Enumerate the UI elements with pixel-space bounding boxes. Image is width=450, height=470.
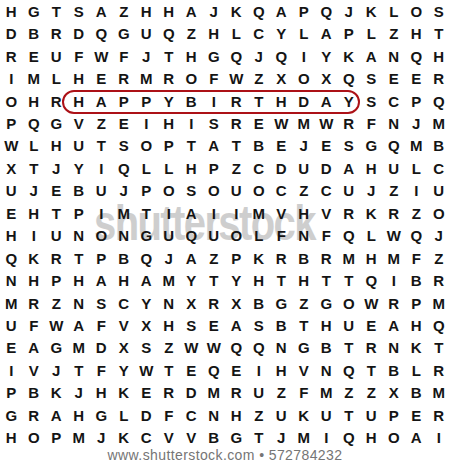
grid-cell-r10-c14: H xyxy=(293,202,316,224)
grid-cell-r4-c2: M xyxy=(23,67,46,89)
grid-cell-r9-c9: S xyxy=(180,180,203,202)
grid-cell-r5-c19: P xyxy=(405,90,428,112)
grid-cell-r1-c11: K xyxy=(225,0,248,22)
grid-cell-r1-c8: H xyxy=(158,0,181,22)
grid-cell-r4-c1: I xyxy=(0,67,23,89)
grid-cell-r14-c2: R xyxy=(23,292,46,314)
grid-cell-r16-c17: R xyxy=(360,337,383,359)
grid-cell-r4-c6: R xyxy=(113,67,136,89)
grid-cell-r13-c7: A xyxy=(135,269,158,291)
grid-cell-r4-c9: O xyxy=(180,67,203,89)
grid-cell-r17-c10: Q xyxy=(203,359,226,381)
grid-cell-r12-c14: B xyxy=(293,247,316,269)
grid-cell-r9-c20: U xyxy=(428,180,450,202)
grid-cell-r18-c4: J xyxy=(68,382,91,404)
grid-cell-r4-c20: R xyxy=(428,67,450,89)
grid-cell-r11-c4: N xyxy=(68,225,91,247)
grid-cell-r6-c3: G xyxy=(45,112,68,134)
grid-cell-r16-c7: S xyxy=(135,337,158,359)
grid-cell-r9-c18: Z xyxy=(383,180,406,202)
grid-cell-r15-c7: X xyxy=(135,314,158,336)
grid-cell-r16-c12: Q xyxy=(248,337,271,359)
grid-cell-r3-c17: A xyxy=(360,45,383,67)
grid-cell-r14-c20: M xyxy=(428,292,450,314)
grid-cell-r19-c10: N xyxy=(203,404,226,426)
grid-cell-r15-c6: V xyxy=(113,314,136,336)
grid-cell-r14-c6: C xyxy=(113,292,136,314)
grid-cell-r8-c1: X xyxy=(0,157,23,179)
grid-cell-r2-c12: C xyxy=(248,22,271,44)
grid-cell-r20-c18: O xyxy=(383,427,406,449)
grid-cell-r19-c5: G xyxy=(90,404,113,426)
grid-cell-r7-c9: T xyxy=(180,135,203,157)
grid-cell-r7-c13: E xyxy=(270,135,293,157)
grid-cell-r16-c14: G xyxy=(293,337,316,359)
grid-cell-r5-c2: H xyxy=(23,90,46,112)
grid-cell-r11-c12: L xyxy=(248,225,271,247)
grid-cell-r15-c4: A xyxy=(68,314,91,336)
grid-cell-r8-c13: D xyxy=(270,157,293,179)
grid-cell-r14-c5: S xyxy=(90,292,113,314)
grid-cell-r15-c9: S xyxy=(180,314,203,336)
grid-cell-r18-c14: F xyxy=(293,382,316,404)
grid-cell-r7-c14: J xyxy=(293,135,316,157)
grid-cell-r1-c2: G xyxy=(23,0,46,22)
grid-cell-r7-c19: M xyxy=(405,135,428,157)
grid-cell-r2-c7: U xyxy=(135,22,158,44)
grid-cell-r6-c17: F xyxy=(360,112,383,134)
grid-cell-r12-c7: Q xyxy=(135,247,158,269)
grid-cell-r6-c16: R xyxy=(338,112,361,134)
grid-cell-r12-c5: P xyxy=(90,247,113,269)
grid-cell-r10-c9: A xyxy=(180,202,203,224)
grid-cell-r7-c7: O xyxy=(135,135,158,157)
grid-cell-r19-c4: H xyxy=(68,404,91,426)
grid-cell-r3-c8: T xyxy=(158,45,181,67)
grid-cell-r2-c1: D xyxy=(0,22,23,44)
grid-cell-r13-c2: H xyxy=(23,269,46,291)
grid-cell-r1-c13: A xyxy=(270,0,293,22)
grid-cell-r4-c4: H xyxy=(68,67,91,89)
grid-cell-r6-c12: E xyxy=(248,112,271,134)
grid-cell-r2-c13: Y xyxy=(270,22,293,44)
grid-cell-r4-c14: O xyxy=(293,67,316,89)
grid-cell-r16-c4: M xyxy=(68,337,91,359)
grid-cell-r14-c17: W xyxy=(360,292,383,314)
grid-cell-r18-c9: D xyxy=(180,382,203,404)
grid-cell-r9-c1: U xyxy=(0,180,23,202)
grid-cell-r17-c14: V xyxy=(293,359,316,381)
grid-cell-r9-c6: J xyxy=(113,180,136,202)
grid-cell-r14-c11: X xyxy=(225,292,248,314)
grid-cell-r20-c1: H xyxy=(0,427,23,449)
grid-cell-r9-c19: I xyxy=(405,180,428,202)
grid-cell-r14-c8: N xyxy=(158,292,181,314)
grid-cell-r8-c17: H xyxy=(360,157,383,179)
grid-cell-r7-c11: T xyxy=(225,135,248,157)
grid-cell-r11-c15: F xyxy=(315,225,338,247)
grid-cell-r16-c10: W xyxy=(203,337,226,359)
grid-cell-r2-c6: G xyxy=(113,22,136,44)
grid-cell-r2-c3: R xyxy=(45,22,68,44)
grid-cell-r18-c7: E xyxy=(135,382,158,404)
grid-cell-r1-c7: H xyxy=(135,0,158,22)
grid-cell-r16-c19: K xyxy=(405,337,428,359)
grid-cell-r13-c11: Y xyxy=(225,269,248,291)
grid-cell-r19-c18: P xyxy=(383,404,406,426)
grid-cell-r17-c13: H xyxy=(270,359,293,381)
grid-cell-r5-c17: S xyxy=(360,90,383,112)
grid-cell-r15-c17: E xyxy=(360,314,383,336)
grid-cell-r3-c11: Q xyxy=(225,45,248,67)
grid-cell-r15-c8: H xyxy=(158,314,181,336)
grid-cell-r19-c1: G xyxy=(0,404,23,426)
grid-cell-r6-c13: W xyxy=(270,112,293,134)
grid-cell-r10-c17: K xyxy=(360,202,383,224)
grid-cell-r20-c9: V xyxy=(180,427,203,449)
grid-cell-r16-c11: Q xyxy=(225,337,248,359)
grid-cell-r7-c5: T xyxy=(90,135,113,157)
grid-cell-r19-c8: F xyxy=(158,404,181,426)
grid-cell-r17-c1: I xyxy=(0,359,23,381)
grid-cell-r17-c15: N xyxy=(315,359,338,381)
grid-cell-r9-c2: J xyxy=(23,180,46,202)
grid-cell-r6-c9: I xyxy=(180,112,203,134)
grid-cell-r20-c3: P xyxy=(45,427,68,449)
grid-cell-r13-c4: H xyxy=(68,269,91,291)
grid-cell-r20-c17: H xyxy=(360,427,383,449)
grid-cell-r11-c8: U xyxy=(158,225,181,247)
grid-cell-r5-c1: O xyxy=(0,90,23,112)
grid-cell-r8-c19: L xyxy=(405,157,428,179)
grid-cell-r10-c1: E xyxy=(0,202,23,224)
grid-cell-r7-c20: B xyxy=(428,135,450,157)
grid-cell-r10-c19: Z xyxy=(405,202,428,224)
grid-cell-r3-c9: H xyxy=(180,45,203,67)
grid-cell-r8-c6: Q xyxy=(113,157,136,179)
grid-cell-r8-c2: T xyxy=(23,157,46,179)
grid-cell-r18-c15: M xyxy=(315,382,338,404)
grid-cell-r10-c4: P xyxy=(68,202,91,224)
grid-cell-r9-c3: E xyxy=(45,180,68,202)
grid-cell-r8-c14: U xyxy=(293,157,316,179)
grid-cell-r15-c20: Q xyxy=(428,314,450,336)
found-word-circle-happybirthday xyxy=(62,90,360,114)
grid-cell-r17-c3: J xyxy=(45,359,68,381)
grid-cell-r19-c2: R xyxy=(23,404,46,426)
grid-cell-r12-c1: Q xyxy=(0,247,23,269)
grid-cell-r16-c9: W xyxy=(180,337,203,359)
grid-cell-r1-c14: P xyxy=(293,0,316,22)
grid-cell-r15-c16: U xyxy=(338,314,361,336)
grid-cell-r7-c17: G xyxy=(360,135,383,157)
grid-cell-r18-c2: B xyxy=(23,382,46,404)
grid-cell-r4-c11: W xyxy=(225,67,248,89)
grid-cell-r3-c1: R xyxy=(0,45,23,67)
grid-cell-r14-c12: B xyxy=(248,292,271,314)
grid-cell-r2-c14: L xyxy=(293,22,316,44)
grid-cell-r12-c16: M xyxy=(338,247,361,269)
grid-cell-r9-c13: C xyxy=(270,180,293,202)
grid-cell-r17-c4: T xyxy=(68,359,91,381)
grid-cell-r11-c6: N xyxy=(113,225,136,247)
grid-cell-r17-c19: L xyxy=(405,359,428,381)
grid-cell-r1-c9: A xyxy=(180,0,203,22)
grid-cell-r11-c16: Q xyxy=(338,225,361,247)
grid-cell-r1-c17: K xyxy=(360,0,383,22)
grid-cell-r6-c20: M xyxy=(428,112,450,134)
grid-cell-r11-c11: O xyxy=(225,225,248,247)
grid-cell-r6-c7: I xyxy=(135,112,158,134)
grid-cell-r9-c4: B xyxy=(68,180,91,202)
grid-cell-r4-c5: E xyxy=(90,67,113,89)
grid-cell-r11-c18: W xyxy=(383,225,406,247)
grid-cell-r7-c18: Q xyxy=(383,135,406,157)
grid-cell-r17-c9: E xyxy=(180,359,203,381)
grid-cell-r10-c5: I xyxy=(90,202,113,224)
grid-cell-r20-c12: T xyxy=(248,427,271,449)
grid-cell-r3-c19: Q xyxy=(405,45,428,67)
grid-cell-r18-c19: B xyxy=(405,382,428,404)
grid-cell-r11-c17: L xyxy=(360,225,383,247)
grid-cell-r20-c15: I xyxy=(315,427,338,449)
grid-cell-r15-c11: A xyxy=(225,314,248,336)
grid-cell-r12-c8: J xyxy=(158,247,181,269)
grid-cell-r14-c18: R xyxy=(383,292,406,314)
grid-cell-r12-c2: K xyxy=(23,247,46,269)
grid-cell-r10-c11: I xyxy=(225,202,248,224)
grid-cell-r15-c19: H xyxy=(405,314,428,336)
grid-cell-r14-c13: G xyxy=(270,292,293,314)
grid-cell-r11-c3: U xyxy=(45,225,68,247)
grid-cell-r1-c18: L xyxy=(383,0,406,22)
grid-cell-r20-c5: J xyxy=(90,427,113,449)
grid-cell-r15-c2: F xyxy=(23,314,46,336)
grid-cell-r18-c18: X xyxy=(383,382,406,404)
grid-cell-r8-c8: L xyxy=(158,157,181,179)
grid-cell-r2-c8: Q xyxy=(158,22,181,44)
grid-cell-r14-c15: G xyxy=(315,292,338,314)
grid-cell-r16-c20: T xyxy=(428,337,450,359)
grid-cell-r13-c6: H xyxy=(113,269,136,291)
grid-cell-r13-c1: N xyxy=(0,269,23,291)
grid-cell-r6-c15: W xyxy=(315,112,338,134)
grid-cell-r2-c17: L xyxy=(360,22,383,44)
grid-cell-r2-c10: H xyxy=(203,22,226,44)
grid-cell-r12-c6: B xyxy=(113,247,136,269)
grid-cell-r16-c16: T xyxy=(338,337,361,359)
grid-cell-r10-c8: I xyxy=(158,202,181,224)
grid-cell-r2-c11: L xyxy=(225,22,248,44)
grid-cell-r19-c9: C xyxy=(180,404,203,426)
grid-cell-r19-c19: E xyxy=(405,404,428,426)
grid-cell-r11-c1: H xyxy=(0,225,23,247)
grid-cell-r10-c10: I xyxy=(203,202,226,224)
grid-cell-r8-c18: U xyxy=(383,157,406,179)
grid-cell-r3-c2: E xyxy=(23,45,46,67)
grid-cell-r4-c10: F xyxy=(203,67,226,89)
grid-cell-r7-c8: P xyxy=(158,135,181,157)
grid-cell-r13-c15: T xyxy=(315,269,338,291)
grid-cell-r18-c6: K xyxy=(113,382,136,404)
grid-cell-r15-c13: B xyxy=(270,314,293,336)
grid-cell-r3-c4: F xyxy=(68,45,91,67)
grid-cell-r9-c12: O xyxy=(248,180,271,202)
grid-cell-r3-c6: F xyxy=(113,45,136,67)
grid-cell-r20-c7: C xyxy=(135,427,158,449)
grid-cell-r17-c17: T xyxy=(360,359,383,381)
grid-cell-r6-c19: J xyxy=(405,112,428,134)
grid-cell-r7-c10: A xyxy=(203,135,226,157)
grid-cell-r13-c5: A xyxy=(90,269,113,291)
grid-cell-r12-c17: H xyxy=(360,247,383,269)
grid-cell-r14-c7: Y xyxy=(135,292,158,314)
grid-cell-r11-c20: J xyxy=(428,225,450,247)
grid-cell-r16-c18: N xyxy=(383,337,406,359)
grid-cell-r3-c15: Y xyxy=(315,45,338,67)
grid-cell-r18-c16: Z xyxy=(338,382,361,404)
grid-cell-r10-c12: M xyxy=(248,202,271,224)
grid-cell-r1-c20: S xyxy=(428,0,450,22)
grid-cell-r18-c10: M xyxy=(203,382,226,404)
grid-cell-r4-c18: E xyxy=(383,67,406,89)
grid-cell-r4-c12: Z xyxy=(248,67,271,89)
grid-cell-r9-c14: Z xyxy=(293,180,316,202)
grid-cell-r6-c1: P xyxy=(0,112,23,134)
grid-cell-r1-c4: S xyxy=(68,0,91,22)
grid-cell-r12-c18: M xyxy=(383,247,406,269)
grid-cell-r9-c5: U xyxy=(90,180,113,202)
grid-cell-r4-c13: X xyxy=(270,67,293,89)
grid-cell-r18-c17: Z xyxy=(360,382,383,404)
grid-cell-r17-c2: V xyxy=(23,359,46,381)
grid-cell-r3-c16: K xyxy=(338,45,361,67)
grid-cell-r6-c2: Q xyxy=(23,112,46,134)
grid-cell-r16-c3: G xyxy=(45,337,68,359)
grid-cell-r18-c5: H xyxy=(90,382,113,404)
grid-cell-r11-c5: O xyxy=(90,225,113,247)
grid-cell-r19-c12: Z xyxy=(248,404,271,426)
grid-cell-r13-c13: T xyxy=(270,269,293,291)
grid-cell-r17-c12: I xyxy=(248,359,271,381)
grid-cell-r6-c11: R xyxy=(225,112,248,134)
grid-cell-r3-c3: U xyxy=(45,45,68,67)
grid-cell-r14-c16: O xyxy=(338,292,361,314)
word-search-puzzle: shutterstock HGTSAZHHAJKQAPQJKLOSDBRDQGU… xyxy=(0,0,450,470)
grid-cell-r2-c20: T xyxy=(428,22,450,44)
grid-cell-r14-c10: R xyxy=(203,292,226,314)
grid-cell-r1-c3: T xyxy=(45,0,68,22)
grid-cell-r6-c8: H xyxy=(158,112,181,134)
grid-cell-r20-c10: B xyxy=(203,427,226,449)
grid-cell-r11-c9: Q xyxy=(180,225,203,247)
grid-cell-r3-c7: J xyxy=(135,45,158,67)
grid-cell-r7-c12: B xyxy=(248,135,271,157)
grid-cell-r19-c20: R xyxy=(428,404,450,426)
grid-cell-r19-c11: H xyxy=(225,404,248,426)
grid-cell-r19-c14: K xyxy=(293,404,316,426)
grid-cell-r7-c2: L xyxy=(23,135,46,157)
grid-cell-r20-c19: A xyxy=(405,427,428,449)
grid-cell-r8-c7: L xyxy=(135,157,158,179)
grid-cell-r16-c8: Z xyxy=(158,337,181,359)
grid-cell-r15-c14: T xyxy=(293,314,316,336)
grid-cell-r19-c16: T xyxy=(338,404,361,426)
grid-cell-r14-c4: N xyxy=(68,292,91,314)
grid-cell-r2-c19: H xyxy=(405,22,428,44)
grid-cell-r3-c13: Q xyxy=(270,45,293,67)
grid-cell-r20-c8: V xyxy=(158,427,181,449)
grid-cell-r14-c14: Z xyxy=(293,292,316,314)
grid-cell-r2-c2: B xyxy=(23,22,46,44)
grid-cell-r18-c1: P xyxy=(0,382,23,404)
grid-cell-r1-c10: J xyxy=(203,0,226,22)
grid-cell-r12-c20: Z xyxy=(428,247,450,269)
grid-cell-r2-c4: D xyxy=(68,22,91,44)
grid-cell-r14-c3: Z xyxy=(45,292,68,314)
grid-cell-r3-c18: N xyxy=(383,45,406,67)
grid-cell-r14-c19: P xyxy=(405,292,428,314)
grid-cell-r8-c12: C xyxy=(248,157,271,179)
grid-cell-r4-c16: Q xyxy=(338,67,361,89)
grid-cell-r12-c4: T xyxy=(68,247,91,269)
grid-cell-r12-c10: Z xyxy=(203,247,226,269)
grid-cell-r13-c8: M xyxy=(158,269,181,291)
grid-cell-r13-c16: T xyxy=(338,269,361,291)
grid-cell-r7-c6: S xyxy=(113,135,136,157)
grid-cell-r8-c10: P xyxy=(203,157,226,179)
grid-cell-r1-c19: O xyxy=(405,0,428,22)
grid-cell-r3-c12: J xyxy=(248,45,271,67)
grid-cell-r10-c16: R xyxy=(338,202,361,224)
grid-cell-r8-c15: D xyxy=(315,157,338,179)
grid-cell-r9-c16: U xyxy=(338,180,361,202)
grid-cell-r8-c20: C xyxy=(428,157,450,179)
grid-cell-r16-c2: A xyxy=(23,337,46,359)
grid-cell-r7-c3: H xyxy=(45,135,68,157)
grid-cell-r13-c9: Y xyxy=(180,269,203,291)
grid-cell-r13-c3: P xyxy=(45,269,68,291)
grid-cell-r2-c18: Z xyxy=(383,22,406,44)
grid-cell-r12-c11: P xyxy=(225,247,248,269)
grid-cell-r12-c3: R xyxy=(45,247,68,269)
grid-cell-r4-c7: M xyxy=(135,67,158,89)
grid-cell-r18-c11: R xyxy=(225,382,248,404)
grid-cell-r17-c16: Q xyxy=(338,359,361,381)
grid-cell-r15-c12: S xyxy=(248,314,271,336)
grid-cell-r19-c15: U xyxy=(315,404,338,426)
grid-cell-r5-c20: Q xyxy=(428,90,450,112)
grid-cell-r13-c12: H xyxy=(248,269,271,291)
grid-cell-r9-c7: P xyxy=(135,180,158,202)
grid-cell-r18-c12: U xyxy=(248,382,271,404)
grid-cell-r6-c18: N xyxy=(383,112,406,134)
grid-cell-r19-c3: A xyxy=(45,404,68,426)
grid-cell-r16-c13: N xyxy=(270,337,293,359)
grid-cell-r19-c13: U xyxy=(270,404,293,426)
grid-cell-r10-c20: O xyxy=(428,202,450,224)
grid-cell-r14-c9: X xyxy=(180,292,203,314)
grid-cell-r16-c15: B xyxy=(315,337,338,359)
grid-cell-r18-c8: R xyxy=(158,382,181,404)
grid-cell-r6-c6: E xyxy=(113,112,136,134)
grid-cell-r3-c20: H xyxy=(428,45,450,67)
grid-cell-r12-c19: F xyxy=(405,247,428,269)
grid-cell-r13-c18: I xyxy=(383,269,406,291)
grid-cell-r20-c20: I xyxy=(428,427,450,449)
grid-cell-r17-c20: R xyxy=(428,359,450,381)
grid-cell-r13-c19: B xyxy=(405,269,428,291)
